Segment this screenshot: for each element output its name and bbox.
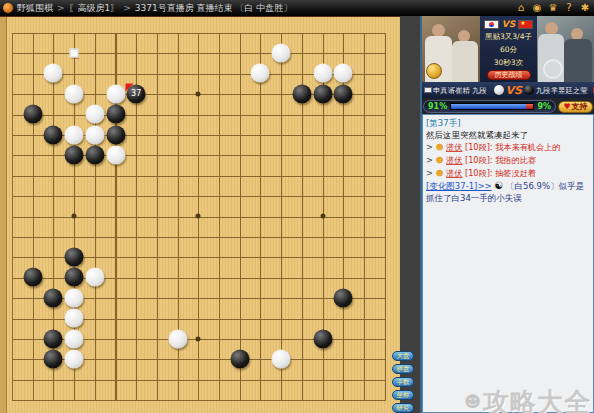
vs-label: VS [502,19,515,29]
settings-icon[interactable]: ✱ [579,1,591,15]
gold-coin-badge-icon [426,63,442,79]
black-vote-fill [526,104,533,109]
chat-rank: [10段]: [465,155,493,165]
china-flag-icon [518,20,533,29]
main-time-label: 60分 [500,43,517,56]
board-tool-button-zuobiao[interactable]: 坐标 [392,390,414,400]
white-vote-fill [451,104,526,109]
black-stone [313,329,332,348]
white-stone [313,64,332,83]
black-stone [23,105,42,124]
vote-track [450,103,534,110]
black-vote-percent: 9% [537,102,551,111]
chat-text: 我本来有机会上的 [495,142,560,152]
watermark-text: 攻略大全 [483,396,591,408]
user-smiley-icon: ☻ [435,156,443,165]
white-stone [85,105,104,124]
chat-username[interactable]: 潜伏 [446,168,462,178]
support-button-label: 支持 [572,103,588,111]
black-stone [85,145,104,164]
right-panel: VS 黑贴3又3/4子 60分 30秒3次 历史战绩 申真谞崔精 九段 VS [422,16,594,413]
chat-username[interactable]: 潜伏 [446,155,462,165]
white-stone-icon [494,85,504,95]
black-stone [65,247,84,266]
black-player-name[interactable]: 九段芈昱廷之莹 [536,85,588,95]
breadcrumb-app[interactable]: 野狐围棋 [17,2,53,15]
star-point [320,214,325,219]
komi-label: 黑贴3又3/4子 [485,30,532,43]
chat-arrow: > [426,168,433,178]
trophy-icon[interactable]: ♛ [547,1,559,15]
chat-text: 我指的比赛 [495,155,536,165]
chat-rank: [10段]: [465,168,493,178]
black-stone [106,125,125,144]
heart-icon: ♥ [563,103,570,111]
commentary-chat-panel[interactable]: [第37手] 然后这里突然就紧凑起来了 > ☻ 潜伏 [10段]: 我本来有机会… [422,114,594,413]
black-stone [65,268,84,287]
black-team-photo [537,16,594,82]
app-window: 野狐围棋 > 〖高级房1〗 > 3371号直播房 直播结束 〔白 中盘胜〕 ⌂ … [0,0,594,413]
white-stone [272,349,291,368]
white-stone [65,309,84,328]
breadcrumb-separator: > [123,3,131,13]
black-stone [230,349,249,368]
support-button[interactable]: ♥ 支持 [558,101,593,113]
chat-rank: [10段]: [465,142,493,152]
move-number-header: [第37手] [426,117,590,129]
chat-username[interactable]: 潜伏 [446,142,462,152]
white-stone [106,84,125,103]
white-stone [65,349,84,368]
black-stone [106,105,125,124]
white-stone [44,64,63,83]
black-stone [65,145,84,164]
white-stone [168,329,187,348]
star-point [196,336,201,341]
black-stone [44,288,63,307]
vote-bar: 91% 9% [423,100,556,113]
chat-text: 抽签没赶着 [495,168,536,178]
white-team-photo [422,16,480,82]
board-edge-strip [0,17,7,413]
support-vote-row: 91% 9% ♥ 支持 [422,99,594,114]
white-vote-percent: 91% [428,102,447,111]
user-smiley-icon: ☻ [435,169,443,178]
last-move-marker-icon [126,83,134,91]
chat-message: > ☻ 潜伏 [10段]: 我本来有机会上的 [426,141,583,153]
black-stone-icon [524,85,534,95]
history-record-button[interactable]: 历史战绩 [487,70,531,80]
chat-icon[interactable]: ◉ [531,1,543,15]
help-icon[interactable]: ? [563,1,575,15]
white-stone [251,64,270,83]
black-stone [292,84,311,103]
breadcrumb-separator: > [57,3,65,13]
black-stone [334,288,353,307]
byoyomi-label: 30秒3次 [494,56,523,69]
chat-message: > ☻ 潜伏 [10段]: 抽签没赶着 [426,167,583,179]
match-info-panel: VS 黑贴3又3/4子 60分 30秒3次 历史战绩 [480,16,537,82]
seal-watermark-icon [543,59,563,79]
vs-label: VS [506,84,522,97]
black-stone [313,84,332,103]
star-point [196,91,201,96]
white-stone [106,145,125,164]
white-square-marker [70,48,79,57]
korea-flag-mini-icon [424,87,432,93]
chat-message: > ☻ 潜伏 [10段]: 我指的比赛 [426,154,583,166]
board-tool-button-qipan[interactable]: 棋盘 [392,364,414,374]
flags-row: VS [484,18,533,30]
white-stone [334,64,353,83]
white-stone [65,288,84,307]
board-tool-button-dapan[interactable]: 大盘 [392,351,414,361]
breadcrumb-room[interactable]: 〖高级房1〗 [69,2,120,15]
black-stone: 37 [127,84,146,103]
player-body [452,41,478,82]
player-body [564,39,592,82]
white-stone [65,84,84,103]
watermark: ☻ 攻略大全 [464,396,591,408]
variation-line: [变化图37-1]>> ☯ 〔白56.9%〕似乎是抓住了白34一手的小失误 [426,180,590,204]
black-stone [44,125,63,144]
chat-arrow: > [426,142,433,152]
black-stone [44,329,63,348]
board-tool-button-yanjiu[interactable]: 研究 [392,403,414,413]
ghost-icon: ☻ [464,396,481,408]
black-stone [334,84,353,103]
white-stone [65,125,84,144]
board-tool-button-shoushu[interactable]: 手数 [392,377,414,387]
breadcrumb-match-title: 3371号直播房 直播结束 〔白 中盘胜〕 [135,2,293,15]
white-stone [272,43,291,62]
go-board[interactable]: 37 [0,16,400,413]
black-stone [23,268,42,287]
black-stone [44,349,63,368]
fox-go-logo-icon [3,3,13,13]
user-smiley-icon: ☻ [435,143,443,152]
chat-arrow: > [426,155,433,165]
white-player-name[interactable]: 申真谞崔精 九段 [433,85,487,95]
commentary-line: 然后这里突然就紧凑起来了 [426,129,590,141]
variation-diagram-link[interactable]: [变化图37-1]>> [426,181,492,191]
title-bar: 野狐围棋 > 〖高级房1〗 > 3371号直播房 直播结束 〔白 中盘胜〕 ⌂ … [0,0,594,16]
white-stone [85,125,104,144]
yinyang-icon: ☯ [494,180,503,191]
white-stone [65,329,84,348]
window-icon-group: ⌂ ◉ ♛ ? ✱ [515,1,591,15]
korea-flag-icon [484,20,499,29]
white-stone [85,268,104,287]
video-row: VS 黑贴3又3/4子 60分 30秒3次 历史战绩 [422,16,594,82]
player-name-bar: 申真谞崔精 九段 VS 九段芈昱廷之莹 [422,82,594,98]
star-point [72,214,77,219]
star-point [196,214,201,219]
home-icon[interactable]: ⌂ [515,1,527,15]
